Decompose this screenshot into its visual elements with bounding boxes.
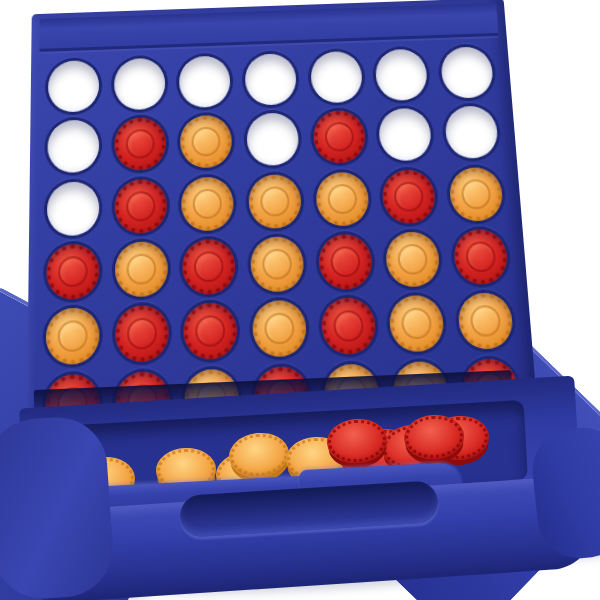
cell-r2c4: [239, 108, 307, 171]
cell-r3c3: [174, 171, 243, 236]
empty-hole-r1c5: [310, 51, 363, 104]
orange-disc-r3c3: [181, 176, 234, 231]
orange-disc-r5c6: [389, 295, 446, 353]
cell-r1c5: [302, 47, 370, 109]
empty-hole-r1c3: [179, 56, 231, 109]
connect-four-photo: [0, 0, 600, 600]
empty-hole-r1c7: [440, 46, 494, 99]
cell-r4c6: [377, 226, 449, 292]
orange-disc-r4c4: [250, 236, 304, 293]
red-disc-r4c7: [452, 229, 508, 286]
cell-r1c3: [172, 51, 239, 113]
cell-r2c1: [40, 115, 107, 178]
cell-r2c5: [305, 106, 374, 169]
orange-disc-r5c7: [457, 293, 514, 351]
cell-r5c2: [107, 300, 176, 368]
red-disc-r2c2: [114, 117, 166, 171]
red-disc-r5c3: [184, 303, 239, 361]
orange-disc-r3c5: [315, 171, 369, 226]
cell-r1c7: [432, 42, 502, 104]
orange-disc-r5c1: [46, 308, 100, 366]
cell-r3c5: [307, 167, 377, 232]
empty-hole-r1c2: [114, 58, 165, 111]
orange-disc-r3c4: [248, 174, 302, 229]
cell-r4c1: [39, 239, 107, 306]
orange-disc-r4c6: [385, 231, 441, 288]
empty-hole-r1c1: [48, 60, 99, 113]
red-disc-r4c3: [182, 239, 236, 296]
cell-r3c4: [240, 169, 309, 234]
empty-hole-r2c1: [48, 120, 100, 174]
orange-disc-r5c4: [252, 300, 307, 358]
red-disc-r4c5: [318, 234, 373, 291]
empty-hole-r2c4: [246, 113, 299, 167]
empty-hole-r1c6: [375, 49, 429, 102]
cell-r5c3: [176, 298, 246, 366]
cell-r5c1: [38, 303, 107, 371]
red-disc-r5c5: [320, 298, 376, 356]
base-left-foot: [0, 414, 116, 600]
orange-disc-r3c7: [448, 167, 504, 222]
cell-r5c4: [244, 295, 315, 363]
red-disc-r2c5: [312, 110, 366, 164]
cell-r4c7: [444, 224, 516, 290]
cell-r1c1: [41, 56, 107, 118]
cell-r4c5: [310, 229, 381, 295]
cell-r2c3: [173, 111, 241, 174]
cell-r5c5: [312, 293, 384, 361]
cell-r5c7: [449, 288, 522, 356]
empty-hole-r1c4: [244, 53, 297, 106]
orange-disc-r2c3: [180, 115, 233, 169]
cell-r4c2: [107, 236, 176, 302]
cell-r4c4: [242, 231, 312, 297]
cell-r4c3: [175, 234, 244, 300]
cell-r2c2: [107, 113, 174, 176]
cell-r1c4: [237, 49, 305, 111]
cell-r3c1: [39, 176, 107, 241]
red-disc-r5c2: [115, 305, 169, 363]
red-disc-r4c1: [47, 243, 100, 300]
cell-r2c7: [436, 101, 507, 164]
orange-disc-r4c2: [115, 241, 168, 298]
empty-hole-r3c1: [47, 181, 99, 236]
cell-r5c6: [381, 290, 454, 358]
empty-hole-r2c6: [378, 108, 432, 162]
cell-r3c7: [440, 162, 511, 227]
empty-hole-r2c7: [444, 106, 499, 160]
cell-r3c6: [374, 164, 445, 229]
cell-r3c2: [107, 174, 175, 239]
cell-r2c6: [370, 104, 440, 167]
cell-r1c2: [107, 53, 173, 115]
red-disc-r3c6: [381, 169, 436, 224]
cell-r1c6: [367, 44, 436, 106]
red-disc-r3c2: [114, 178, 167, 233]
